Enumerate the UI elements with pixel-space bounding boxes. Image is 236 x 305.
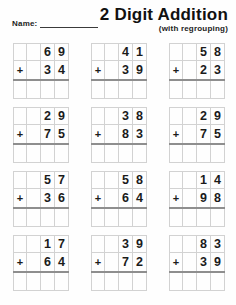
plus-sign: + — [91, 125, 105, 143]
top-ones-digit: 4 — [211, 171, 225, 189]
carry-cell — [13, 107, 27, 125]
answer-cell[interactable] — [27, 145, 41, 163]
bottom-ones-digit: 4 — [55, 253, 69, 271]
bottom-tens-digit: 7 — [41, 125, 55, 143]
hundreds-cell — [27, 61, 41, 79]
top-ones-digit: 8 — [133, 171, 147, 189]
answer-cell[interactable] — [183, 145, 197, 163]
top-tens-digit: 8 — [197, 235, 211, 253]
top-addend-row: 1 7 — [13, 235, 69, 253]
answer-cell[interactable] — [119, 81, 133, 99]
answer-cell[interactable] — [91, 81, 105, 99]
hundreds-cell — [105, 171, 119, 189]
addition-problem: 5 8 + 2 3 — [169, 43, 225, 99]
bottom-tens-digit: 3 — [119, 61, 133, 79]
bottom-tens-digit: 9 — [197, 189, 211, 207]
worksheet-page: Name: 2 Digit Addition (with regrouping)… — [0, 0, 236, 305]
hundreds-cell — [27, 107, 41, 125]
addition-problem: 1 7 + 6 4 — [13, 235, 69, 291]
carry-cell — [169, 235, 183, 253]
answer-cell[interactable] — [169, 145, 183, 163]
plus-sign: + — [169, 61, 183, 79]
top-addend-row: 5 8 — [91, 171, 147, 189]
carry-cell — [91, 235, 105, 253]
carry-cell — [13, 235, 27, 253]
page-title: 2 Digit Addition — [100, 6, 228, 23]
top-tens-digit: 5 — [197, 43, 211, 61]
plus-sign: + — [91, 253, 105, 271]
hundreds-cell — [183, 107, 197, 125]
bottom-addend-row: + 3 4 — [13, 61, 69, 79]
hundreds-cell — [183, 253, 197, 271]
answer-cell[interactable] — [55, 81, 69, 99]
bottom-tens-digit: 3 — [41, 61, 55, 79]
answer-cell[interactable] — [27, 209, 41, 227]
answer-cell[interactable] — [211, 145, 225, 163]
bottom-tens-digit: 2 — [197, 61, 211, 79]
answer-row — [169, 145, 225, 163]
bottom-tens-digit: 3 — [197, 253, 211, 271]
addition-problem: 1 4 + 9 8 — [169, 171, 225, 227]
bottom-ones-digit: 4 — [55, 61, 69, 79]
addition-problem: 2 9 + 7 5 — [13, 107, 69, 163]
plus-sign: + — [13, 253, 27, 271]
bottom-addend-row: + 6 4 — [91, 189, 147, 207]
answer-cell[interactable] — [13, 273, 27, 291]
top-addend-row: 5 7 — [13, 171, 69, 189]
bottom-addend-row: + 8 3 — [91, 125, 147, 143]
answer-cell[interactable] — [105, 81, 119, 99]
bottom-tens-digit: 3 — [41, 189, 55, 207]
bottom-addend-row: + 7 5 — [169, 125, 225, 143]
top-ones-digit: 9 — [211, 107, 225, 125]
bottom-addend-row: + 3 9 — [91, 61, 147, 79]
carry-cell — [91, 171, 105, 189]
top-addend-row: 3 9 — [91, 235, 147, 253]
top-ones-digit: 1 — [133, 43, 147, 61]
bottom-ones-digit: 6 — [55, 189, 69, 207]
bottom-ones-digit: 9 — [211, 253, 225, 271]
answer-row — [91, 273, 147, 291]
hundreds-cell — [183, 189, 197, 207]
top-tens-digit: 4 — [119, 43, 133, 61]
hundreds-cell — [105, 107, 119, 125]
answer-cell[interactable] — [91, 145, 105, 163]
top-ones-digit: 9 — [55, 107, 69, 125]
top-tens-digit: 1 — [41, 235, 55, 253]
top-tens-digit: 2 — [41, 107, 55, 125]
bottom-tens-digit: 6 — [41, 253, 55, 271]
hundreds-cell — [105, 253, 119, 271]
bottom-addend-row: + 3 9 — [169, 253, 225, 271]
top-addend-row: 3 8 — [91, 107, 147, 125]
answer-cell[interactable] — [133, 209, 147, 227]
top-tens-digit: 3 — [119, 235, 133, 253]
answer-cell[interactable] — [55, 273, 69, 291]
hundreds-cell — [27, 125, 41, 143]
top-ones-digit: 7 — [55, 171, 69, 189]
top-tens-digit: 2 — [197, 107, 211, 125]
bottom-tens-digit: 6 — [119, 189, 133, 207]
answer-cell[interactable] — [197, 145, 211, 163]
top-tens-digit: 5 — [119, 171, 133, 189]
bottom-ones-digit: 5 — [211, 125, 225, 143]
answer-cell[interactable] — [105, 145, 119, 163]
answer-row — [13, 209, 69, 227]
answer-cell[interactable] — [119, 145, 133, 163]
page-subtitle: (with regrouping) — [100, 25, 228, 33]
plus-sign: + — [91, 61, 105, 79]
hundreds-cell — [27, 235, 41, 253]
top-addend-row: 1 4 — [169, 171, 225, 189]
top-ones-digit: 8 — [133, 107, 147, 125]
answer-cell[interactable] — [183, 209, 197, 227]
answer-row — [169, 273, 225, 291]
hundreds-cell — [105, 125, 119, 143]
top-ones-digit: 9 — [55, 43, 69, 61]
top-tens-digit: 6 — [41, 43, 55, 61]
top-addend-row: 4 1 — [91, 43, 147, 61]
hundreds-cell — [183, 61, 197, 79]
top-tens-digit: 3 — [119, 107, 133, 125]
hundreds-cell — [183, 235, 197, 253]
answer-cell[interactable] — [211, 81, 225, 99]
hundreds-cell — [27, 171, 41, 189]
answer-cell[interactable] — [211, 209, 225, 227]
name-label: Name: — [12, 19, 37, 28]
hundreds-cell — [183, 171, 197, 189]
answer-cell[interactable] — [169, 273, 183, 291]
hundreds-cell — [105, 235, 119, 253]
answer-cell[interactable] — [55, 145, 69, 163]
addition-problem: 5 8 + 6 4 — [91, 171, 147, 227]
top-ones-digit: 9 — [133, 235, 147, 253]
bottom-ones-digit: 8 — [211, 189, 225, 207]
answer-cell[interactable] — [27, 273, 41, 291]
top-tens-digit: 5 — [41, 171, 55, 189]
answer-cell[interactable] — [91, 209, 105, 227]
bottom-addend-row: + 3 6 — [13, 189, 69, 207]
bottom-addend-row: + 7 2 — [91, 253, 147, 271]
carry-cell — [169, 171, 183, 189]
answer-cell[interactable] — [41, 273, 55, 291]
answer-row — [91, 209, 147, 227]
bottom-ones-digit: 2 — [133, 253, 147, 271]
answer-cell[interactable] — [41, 145, 55, 163]
hundreds-cell — [27, 189, 41, 207]
hundreds-cell — [105, 189, 119, 207]
top-addend-row: 5 8 — [169, 43, 225, 61]
top-addend-row: 6 9 — [13, 43, 69, 61]
addition-problem: 8 3 + 3 9 — [169, 235, 225, 291]
answer-cell[interactable] — [197, 209, 211, 227]
bottom-addend-row: + 6 4 — [13, 253, 69, 271]
top-ones-digit: 8 — [211, 43, 225, 61]
carry-cell — [91, 43, 105, 61]
addition-problem: 3 9 + 7 2 — [91, 235, 147, 291]
bottom-tens-digit: 7 — [197, 125, 211, 143]
hundreds-cell — [27, 43, 41, 61]
answer-cell[interactable] — [169, 81, 183, 99]
bottom-tens-digit: 8 — [119, 125, 133, 143]
carry-cell — [91, 107, 105, 125]
answer-row — [13, 145, 69, 163]
hundreds-cell — [183, 43, 197, 61]
bottom-ones-digit: 3 — [133, 125, 147, 143]
bottom-addend-row: + 9 8 — [169, 189, 225, 207]
addition-problem: 3 8 + 8 3 — [91, 107, 147, 163]
bottom-ones-digit: 4 — [133, 189, 147, 207]
carry-cell — [169, 107, 183, 125]
answer-cell[interactable] — [183, 273, 197, 291]
answer-row — [91, 81, 147, 99]
answer-row — [169, 209, 225, 227]
answer-row — [91, 145, 147, 163]
problems-grid: 6 9 + 3 4 4 1 — [0, 36, 236, 291]
plus-sign: + — [169, 253, 183, 271]
addition-problem: 4 1 + 3 9 — [91, 43, 147, 99]
answer-cell[interactable] — [211, 273, 225, 291]
bottom-ones-digit: 9 — [133, 61, 147, 79]
answer-cell[interactable] — [41, 209, 55, 227]
answer-cell[interactable] — [27, 81, 41, 99]
answer-cell[interactable] — [197, 81, 211, 99]
addition-problem: 6 9 + 3 4 — [13, 43, 69, 99]
answer-cell[interactable] — [119, 273, 133, 291]
top-addend-row: 2 9 — [169, 107, 225, 125]
answer-cell[interactable] — [55, 209, 69, 227]
bottom-tens-digit: 7 — [119, 253, 133, 271]
answer-cell[interactable] — [183, 81, 197, 99]
plus-sign: + — [13, 189, 27, 207]
plus-sign: + — [13, 125, 27, 143]
name-input-line[interactable] — [40, 18, 98, 28]
answer-cell[interactable] — [13, 81, 27, 99]
bottom-addend-row: + 7 5 — [13, 125, 69, 143]
answer-cell[interactable] — [41, 81, 55, 99]
carry-cell — [13, 171, 27, 189]
answer-cell[interactable] — [105, 273, 119, 291]
answer-cell[interactable] — [169, 209, 183, 227]
addition-problem: 2 9 + 7 5 — [169, 107, 225, 163]
answer-row — [13, 273, 69, 291]
addition-problem: 5 7 + 3 6 — [13, 171, 69, 227]
answer-cell[interactable] — [105, 209, 119, 227]
answer-row — [169, 81, 225, 99]
worksheet-header: Name: 2 Digit Addition (with regrouping) — [0, 0, 236, 36]
bottom-addend-row: + 2 3 — [169, 61, 225, 79]
top-addend-row: 2 9 — [13, 107, 69, 125]
hundreds-cell — [27, 253, 41, 271]
bottom-ones-digit: 3 — [211, 61, 225, 79]
title-block: 2 Digit Addition (with regrouping) — [100, 6, 228, 33]
answer-cell[interactable] — [13, 145, 27, 163]
answer-cell[interactable] — [13, 209, 27, 227]
top-ones-digit: 3 — [211, 235, 225, 253]
plus-sign: + — [13, 61, 27, 79]
top-ones-digit: 7 — [55, 235, 69, 253]
answer-cell[interactable] — [133, 145, 147, 163]
answer-cell[interactable] — [91, 273, 105, 291]
bottom-ones-digit: 5 — [55, 125, 69, 143]
hundreds-cell — [183, 125, 197, 143]
answer-cell[interactable] — [133, 273, 147, 291]
answer-cell[interactable] — [119, 209, 133, 227]
carry-cell — [169, 43, 183, 61]
carry-cell — [13, 43, 27, 61]
answer-row — [13, 81, 69, 99]
answer-cell[interactable] — [133, 81, 147, 99]
name-block: Name: — [12, 18, 98, 28]
hundreds-cell — [105, 61, 119, 79]
hundreds-cell — [105, 43, 119, 61]
plus-sign: + — [169, 125, 183, 143]
answer-cell[interactable] — [197, 273, 211, 291]
top-addend-row: 8 3 — [169, 235, 225, 253]
top-tens-digit: 1 — [197, 171, 211, 189]
plus-sign: + — [91, 189, 105, 207]
plus-sign: + — [169, 189, 183, 207]
